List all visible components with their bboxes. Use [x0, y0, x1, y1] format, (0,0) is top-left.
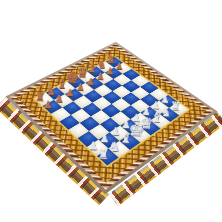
board-frame-mosaic-band: ♜♟♟♜♞♟♟♞♝♟♟♝♛♟♟♛♚♟♟♚♝♟♟♝♞♟♟♞♜♟♟♜ [10, 44, 213, 190]
piece-copper-rook: ♜ [34, 90, 45, 102]
square-r3c6: ♟ [130, 113, 150, 127]
square-r7c0: ♜ [35, 93, 54, 106]
piece-copper-knight: ♞ [46, 85, 57, 97]
chess-set-product-photo: ♜♟♟♜♞♟♟♞♝♟♟♝♛♟♟♛♚♟♟♚♝♟♟♝♞♟♟♞♜♟♟♜ [0, 0, 222, 222]
square-r4c2 [84, 90, 103, 103]
piece-silver-pawn: ♟ [121, 119, 131, 130]
perspective-wrapper: ♜♟♟♜♞♟♟♞♝♟♟♝♛♟♟♛♚♟♟♚♝♟♟♝♞♟♟♞♜♟♟♜ [11, 4, 212, 205]
piece-silver-pawn: ♟ [151, 100, 160, 110]
board-frame-gold-trim: ♜♟♟♜♞♟♟♞♝♟♟♝♛♟♟♛♚♟♟♚♝♟♟♝♞♟♟♞♜♟♟♜ [32, 56, 190, 168]
piece-silver-queen: ♛ [139, 115, 154, 131]
chess-board: ♜♟♟♜♞♟♟♞♝♟♟♝♛♟♟♛♚♟♟♚♝♟♟♝♞♟♟♞♜♟♟♜ [5, 42, 217, 195]
square-r2c6: ♟ [140, 107, 160, 121]
piece-copper-pawn: ♟ [54, 93, 63, 103]
piece-copper-queen: ♛ [76, 65, 89, 79]
piece-silver-pawn: ♟ [110, 126, 120, 137]
board-grid: ♜♟♟♜♞♟♟♞♝♟♟♝♛♟♟♛♚♟♟♚♝♟♟♝♞♟♟♞♜♟♟♜ [35, 57, 188, 166]
piece-silver-rook: ♜ [170, 100, 181, 112]
camera-roll-wrapper: ♜♟♟♜♞♟♟♞♝♟♟♝♛♟♟♛♚♟♟♚♝♟♟♝♞♟♟♞♜♟♟♜ [0, 0, 222, 222]
board-frame-outer-wood: ♜♟♟♜♞♟♟♞♝♟♟♝♛♟♟♛♚♟♟♚♝♟♟♝♞♟♟♞♜♟♟♜ [5, 42, 217, 195]
square-r1c7: ♞ [160, 108, 180, 122]
board-frame-gold-inlay-band: ♜♟♟♜♞♟♟♞♝♟♟♝♛♟♟♛♚♟♟♚♝♟♟♝♞♟♟♞♜♟♟♜ [17, 47, 207, 182]
